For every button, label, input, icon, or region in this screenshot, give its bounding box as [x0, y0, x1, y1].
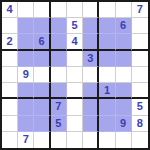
sudoku-cell-r7c4[interactable]: 7: [51, 99, 67, 115]
sudoku-cell-r5c7[interactable]: [99, 67, 115, 83]
sudoku-cell-r1c7[interactable]: [99, 2, 115, 18]
sudoku-cell-r7c2[interactable]: [18, 99, 34, 115]
sudoku-cell-r8c7[interactable]: [99, 116, 115, 132]
sudoku-cell-r1c5[interactable]: [67, 2, 83, 18]
sudoku-cell-r3c4[interactable]: [51, 34, 67, 50]
sudoku-cell-r9c8[interactable]: [116, 132, 132, 148]
sudoku-cell-r4c1[interactable]: [2, 51, 18, 67]
sudoku-cell-r1c4[interactable]: [51, 2, 67, 18]
sudoku-cell-r8c6[interactable]: [83, 116, 99, 132]
sudoku-board: 4756264391755987: [0, 0, 150, 150]
sudoku-cell-r4c2[interactable]: [18, 51, 34, 67]
sudoku-cell-r2c9[interactable]: [132, 18, 148, 34]
sudoku-cell-r7c3[interactable]: [34, 99, 50, 115]
sudoku-cell-r6c8[interactable]: [116, 83, 132, 99]
sudoku-cell-r6c2[interactable]: [18, 83, 34, 99]
sudoku-cell-r2c2[interactable]: [18, 18, 34, 34]
sudoku-cell-r5c3[interactable]: [34, 67, 50, 83]
sudoku-cell-r8c5[interactable]: [67, 116, 83, 132]
sudoku-cell-r6c4[interactable]: [51, 83, 67, 99]
sudoku-cell-r3c6[interactable]: [83, 34, 99, 50]
sudoku-cell-r3c2[interactable]: [18, 34, 34, 50]
sudoku-cell-r1c3[interactable]: [34, 2, 50, 18]
sudoku-cell-r2c4[interactable]: [51, 18, 67, 34]
sudoku-cell-r5c9[interactable]: [132, 67, 148, 83]
sudoku-cell-r3c1[interactable]: 2: [2, 34, 18, 50]
sudoku-cell-r5c4[interactable]: [51, 67, 67, 83]
sudoku-cell-r4c6[interactable]: 3: [83, 51, 99, 67]
sudoku-cell-r7c5[interactable]: [67, 99, 83, 115]
sudoku-cell-r9c5[interactable]: [67, 132, 83, 148]
sudoku-cell-r9c2[interactable]: 7: [18, 132, 34, 148]
sudoku-cell-r2c6[interactable]: [83, 18, 99, 34]
sudoku-cell-r7c1[interactable]: [2, 99, 18, 115]
sudoku-cell-r3c5[interactable]: 4: [67, 34, 83, 50]
sudoku-cell-r5c5[interactable]: [67, 67, 83, 83]
sudoku-cell-r3c8[interactable]: [116, 34, 132, 50]
sudoku-cell-r1c1[interactable]: 4: [2, 2, 18, 18]
sudoku-cell-r5c6[interactable]: [83, 67, 99, 83]
sudoku-cell-r6c6[interactable]: [83, 83, 99, 99]
sudoku-cell-r4c7[interactable]: [99, 51, 115, 67]
sudoku-cell-r8c3[interactable]: [34, 116, 50, 132]
sudoku-cell-r6c7[interactable]: 1: [99, 83, 115, 99]
sudoku-cell-r9c4[interactable]: [51, 132, 67, 148]
sudoku-cell-r5c2[interactable]: 9: [18, 67, 34, 83]
sudoku-cell-r7c6[interactable]: [83, 99, 99, 115]
sudoku-cell-r2c8[interactable]: 6: [116, 18, 132, 34]
sudoku-cell-r7c7[interactable]: [99, 99, 115, 115]
sudoku-cell-r4c3[interactable]: [34, 51, 50, 67]
sudoku-cell-r4c8[interactable]: [116, 51, 132, 67]
sudoku-cell-r9c6[interactable]: [83, 132, 99, 148]
sudoku-cell-r9c3[interactable]: [34, 132, 50, 148]
sudoku-cell-r3c9[interactable]: [132, 34, 148, 50]
sudoku-cell-r7c9[interactable]: 5: [132, 99, 148, 115]
sudoku-cell-r8c4[interactable]: 5: [51, 116, 67, 132]
sudoku-cell-r2c1[interactable]: [2, 18, 18, 34]
sudoku-cell-r9c9[interactable]: [132, 132, 148, 148]
sudoku-cell-r2c7[interactable]: [99, 18, 115, 34]
sudoku-cell-r8c9[interactable]: 8: [132, 116, 148, 132]
sudoku-cell-r6c1[interactable]: [2, 83, 18, 99]
sudoku-cell-r2c3[interactable]: [34, 18, 50, 34]
sudoku-cell-r5c8[interactable]: [116, 67, 132, 83]
sudoku-cell-r8c8[interactable]: 9: [116, 116, 132, 132]
sudoku-cell-r1c2[interactable]: [18, 2, 34, 18]
sudoku-cell-r5c1[interactable]: [2, 67, 18, 83]
sudoku-cell-r8c1[interactable]: [2, 116, 18, 132]
sudoku-cell-r4c5[interactable]: [67, 51, 83, 67]
sudoku-cell-r3c3[interactable]: 6: [34, 34, 50, 50]
sudoku-cell-r2c5[interactable]: 5: [67, 18, 83, 34]
sudoku-cell-r1c9[interactable]: 7: [132, 2, 148, 18]
sudoku-cell-r7c8[interactable]: [116, 99, 132, 115]
sudoku-cell-r1c6[interactable]: [83, 2, 99, 18]
sudoku-cell-r6c9[interactable]: [132, 83, 148, 99]
sudoku-cell-r6c3[interactable]: [34, 83, 50, 99]
sudoku-cell-r9c7[interactable]: [99, 132, 115, 148]
sudoku-cell-r3c7[interactable]: [99, 34, 115, 50]
sudoku-cell-r8c2[interactable]: [18, 116, 34, 132]
sudoku-cell-r1c8[interactable]: [116, 2, 132, 18]
sudoku-cell-r4c9[interactable]: [132, 51, 148, 67]
sudoku-cell-r9c1[interactable]: [2, 132, 18, 148]
sudoku-cell-r4c4[interactable]: [51, 51, 67, 67]
sudoku-cell-r6c5[interactable]: [67, 83, 83, 99]
